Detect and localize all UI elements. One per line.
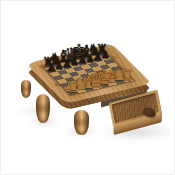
- chess-set-photo: ♜♞♝♛♚♝♞♜♟♟♟♟♟♟♟♟♟♟♟♟♟♟♟♟♜♞♝♛♚♝♞♜: [0, 0, 175, 175]
- pieces-layer: ♜♞♝♛♚♝♞♜♟♟♟♟♟♟♟♟♟♟♟♟♟♟♟♟♜♞♝♛♚♝♞♜: [1, 1, 174, 174]
- white-rook: ♜: [67, 80, 80, 94]
- black-pawn: ♟: [47, 61, 57, 72]
